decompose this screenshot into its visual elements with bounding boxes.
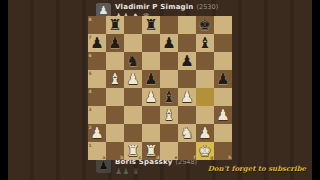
file-label-b: b	[120, 155, 123, 160]
square-e2[interactable]	[160, 124, 178, 142]
square-d1[interactable]: d♜	[142, 142, 160, 160]
square-b5[interactable]: ♝	[106, 70, 124, 88]
square-f8[interactable]	[178, 16, 196, 34]
top-player-rating: (2530)	[197, 3, 219, 11]
piece-black-pawn: ♟	[88, 34, 106, 52]
rank-label-6: 6	[89, 53, 92, 58]
square-c4[interactable]	[124, 88, 142, 106]
square-b2[interactable]	[106, 124, 124, 142]
square-d3[interactable]	[142, 106, 160, 124]
square-g5[interactable]	[196, 70, 214, 88]
piece-black-knight: ♞	[124, 52, 142, 70]
piece-white-knight: ♞	[178, 124, 196, 142]
rank-label-3: 3	[89, 107, 92, 112]
square-g1[interactable]: g♚	[196, 142, 214, 160]
square-f6[interactable]: ♟	[178, 52, 196, 70]
square-e1[interactable]: e	[160, 142, 178, 160]
square-d5[interactable]: ♟	[142, 70, 160, 88]
square-h7[interactable]	[214, 34, 232, 52]
square-c1[interactable]: c♜	[124, 142, 142, 160]
piece-white-king: ♚	[196, 142, 214, 160]
square-f4[interactable]: ♟	[178, 88, 196, 106]
video-frame: ♟ Vladimir P Simagin (2530) ♟♟♞♛ 8♜♜♚7♟♟…	[8, 0, 312, 180]
square-g8[interactable]: ♚	[196, 16, 214, 34]
subscribe-reminder-text: Don't forget to subscribe	[208, 164, 306, 173]
piece-white-pawn: ♟	[178, 88, 196, 106]
bottom-player-bar: ♟ Boris Spassky (2548) ♟♟♛	[96, 158, 197, 176]
square-a8[interactable]: 8	[88, 16, 106, 34]
square-h4[interactable]	[214, 88, 232, 106]
piece-black-pawn: ♟	[178, 52, 196, 70]
piece-black-pawn: ♟	[106, 34, 124, 52]
square-e5[interactable]	[160, 70, 178, 88]
square-a3[interactable]: 3	[88, 106, 106, 124]
piece-black-rook: ♜	[106, 16, 124, 34]
rank-label-5: 5	[89, 71, 92, 76]
square-d7[interactable]	[142, 34, 160, 52]
file-label-h: h	[228, 155, 231, 160]
square-a1[interactable]: 1a	[88, 142, 106, 160]
piece-white-bishop: ♝	[106, 70, 124, 88]
piece-black-pawn: ♟	[142, 70, 160, 88]
square-g2[interactable]: ♟	[196, 124, 214, 142]
bottom-captured-pieces-tray: ♟♟♛	[115, 167, 197, 176]
captured-black-queen-icon: ♛	[132, 167, 139, 176]
square-d2[interactable]	[142, 124, 160, 142]
square-f7[interactable]	[178, 34, 196, 52]
piece-white-pawn: ♟	[142, 88, 160, 106]
top-player-name: Vladimir P Simagin	[115, 3, 194, 11]
square-b8[interactable]: ♜	[106, 16, 124, 34]
square-h8[interactable]	[214, 16, 232, 34]
piece-black-pawn: ♟	[214, 70, 232, 88]
square-c5[interactable]: ♟	[124, 70, 142, 88]
square-f1[interactable]: f	[178, 142, 196, 160]
piece-white-pawn: ♟	[214, 106, 232, 124]
square-b7[interactable]: ♟	[106, 34, 124, 52]
piece-white-rook: ♜	[124, 142, 142, 160]
chess-board: 8♜♜♚7♟♟♟♝6♞♟5♝♟♟♟4♟♝♟3♝♟2♟♞♟1abc♜d♜efg♚h	[88, 16, 232, 160]
piece-black-bishop: ♝	[196, 34, 214, 52]
square-h5[interactable]: ♟	[214, 70, 232, 88]
captured-black-pawn-icon: ♟	[122, 167, 129, 176]
square-h3[interactable]: ♟	[214, 106, 232, 124]
square-b1[interactable]: b	[106, 142, 124, 160]
square-c2[interactable]	[124, 124, 142, 142]
bottom-player-avatar[interactable]: ♟	[96, 158, 111, 173]
right-letterbox-bar	[312, 0, 320, 180]
piece-white-pawn: ♟	[196, 124, 214, 142]
rank-label-8: 8	[89, 17, 92, 22]
square-g3[interactable]	[196, 106, 214, 124]
piece-black-rook: ♜	[142, 16, 160, 34]
square-c7[interactable]	[124, 34, 142, 52]
square-h6[interactable]	[214, 52, 232, 70]
piece-white-pawn: ♟	[88, 124, 106, 142]
square-b4[interactable]	[106, 88, 124, 106]
square-g7[interactable]: ♝	[196, 34, 214, 52]
piece-black-king: ♚	[196, 16, 214, 34]
square-b3[interactable]	[106, 106, 124, 124]
square-e4[interactable]: ♝	[160, 88, 178, 106]
square-e6[interactable]	[160, 52, 178, 70]
square-e7[interactable]: ♟	[160, 34, 178, 52]
square-b6[interactable]	[106, 52, 124, 70]
square-a5[interactable]: 5	[88, 70, 106, 88]
square-a7[interactable]: 7♟	[88, 34, 106, 52]
piece-white-pawn: ♟	[124, 70, 142, 88]
square-a2[interactable]: 2♟	[88, 124, 106, 142]
piece-black-bishop: ♝	[160, 88, 178, 106]
square-a6[interactable]: 6	[88, 52, 106, 70]
rank-label-1: 1	[89, 143, 92, 148]
square-h2[interactable]	[214, 124, 232, 142]
square-d8[interactable]: ♜	[142, 16, 160, 34]
square-c6[interactable]: ♞	[124, 52, 142, 70]
rank-label-4: 4	[89, 89, 92, 94]
square-d6[interactable]	[142, 52, 160, 70]
piece-white-bishop: ♝	[160, 106, 178, 124]
square-h1[interactable]: h	[214, 142, 232, 160]
square-f2[interactable]: ♞	[178, 124, 196, 142]
square-c3[interactable]	[124, 106, 142, 124]
left-letterbox-bar	[0, 0, 8, 180]
square-d4[interactable]: ♟	[142, 88, 160, 106]
square-e3[interactable]: ♝	[160, 106, 178, 124]
square-f3[interactable]	[178, 106, 196, 124]
square-c8[interactable]	[124, 16, 142, 34]
square-g4[interactable]	[196, 88, 214, 106]
square-e8[interactable]	[160, 16, 178, 34]
piece-black-pawn: ♟	[160, 34, 178, 52]
square-f5[interactable]	[178, 70, 196, 88]
black-pawn-icon: ♟	[99, 158, 109, 173]
piece-white-rook: ♜	[142, 142, 160, 160]
square-a4[interactable]: 4	[88, 88, 106, 106]
square-g6[interactable]	[196, 52, 214, 70]
